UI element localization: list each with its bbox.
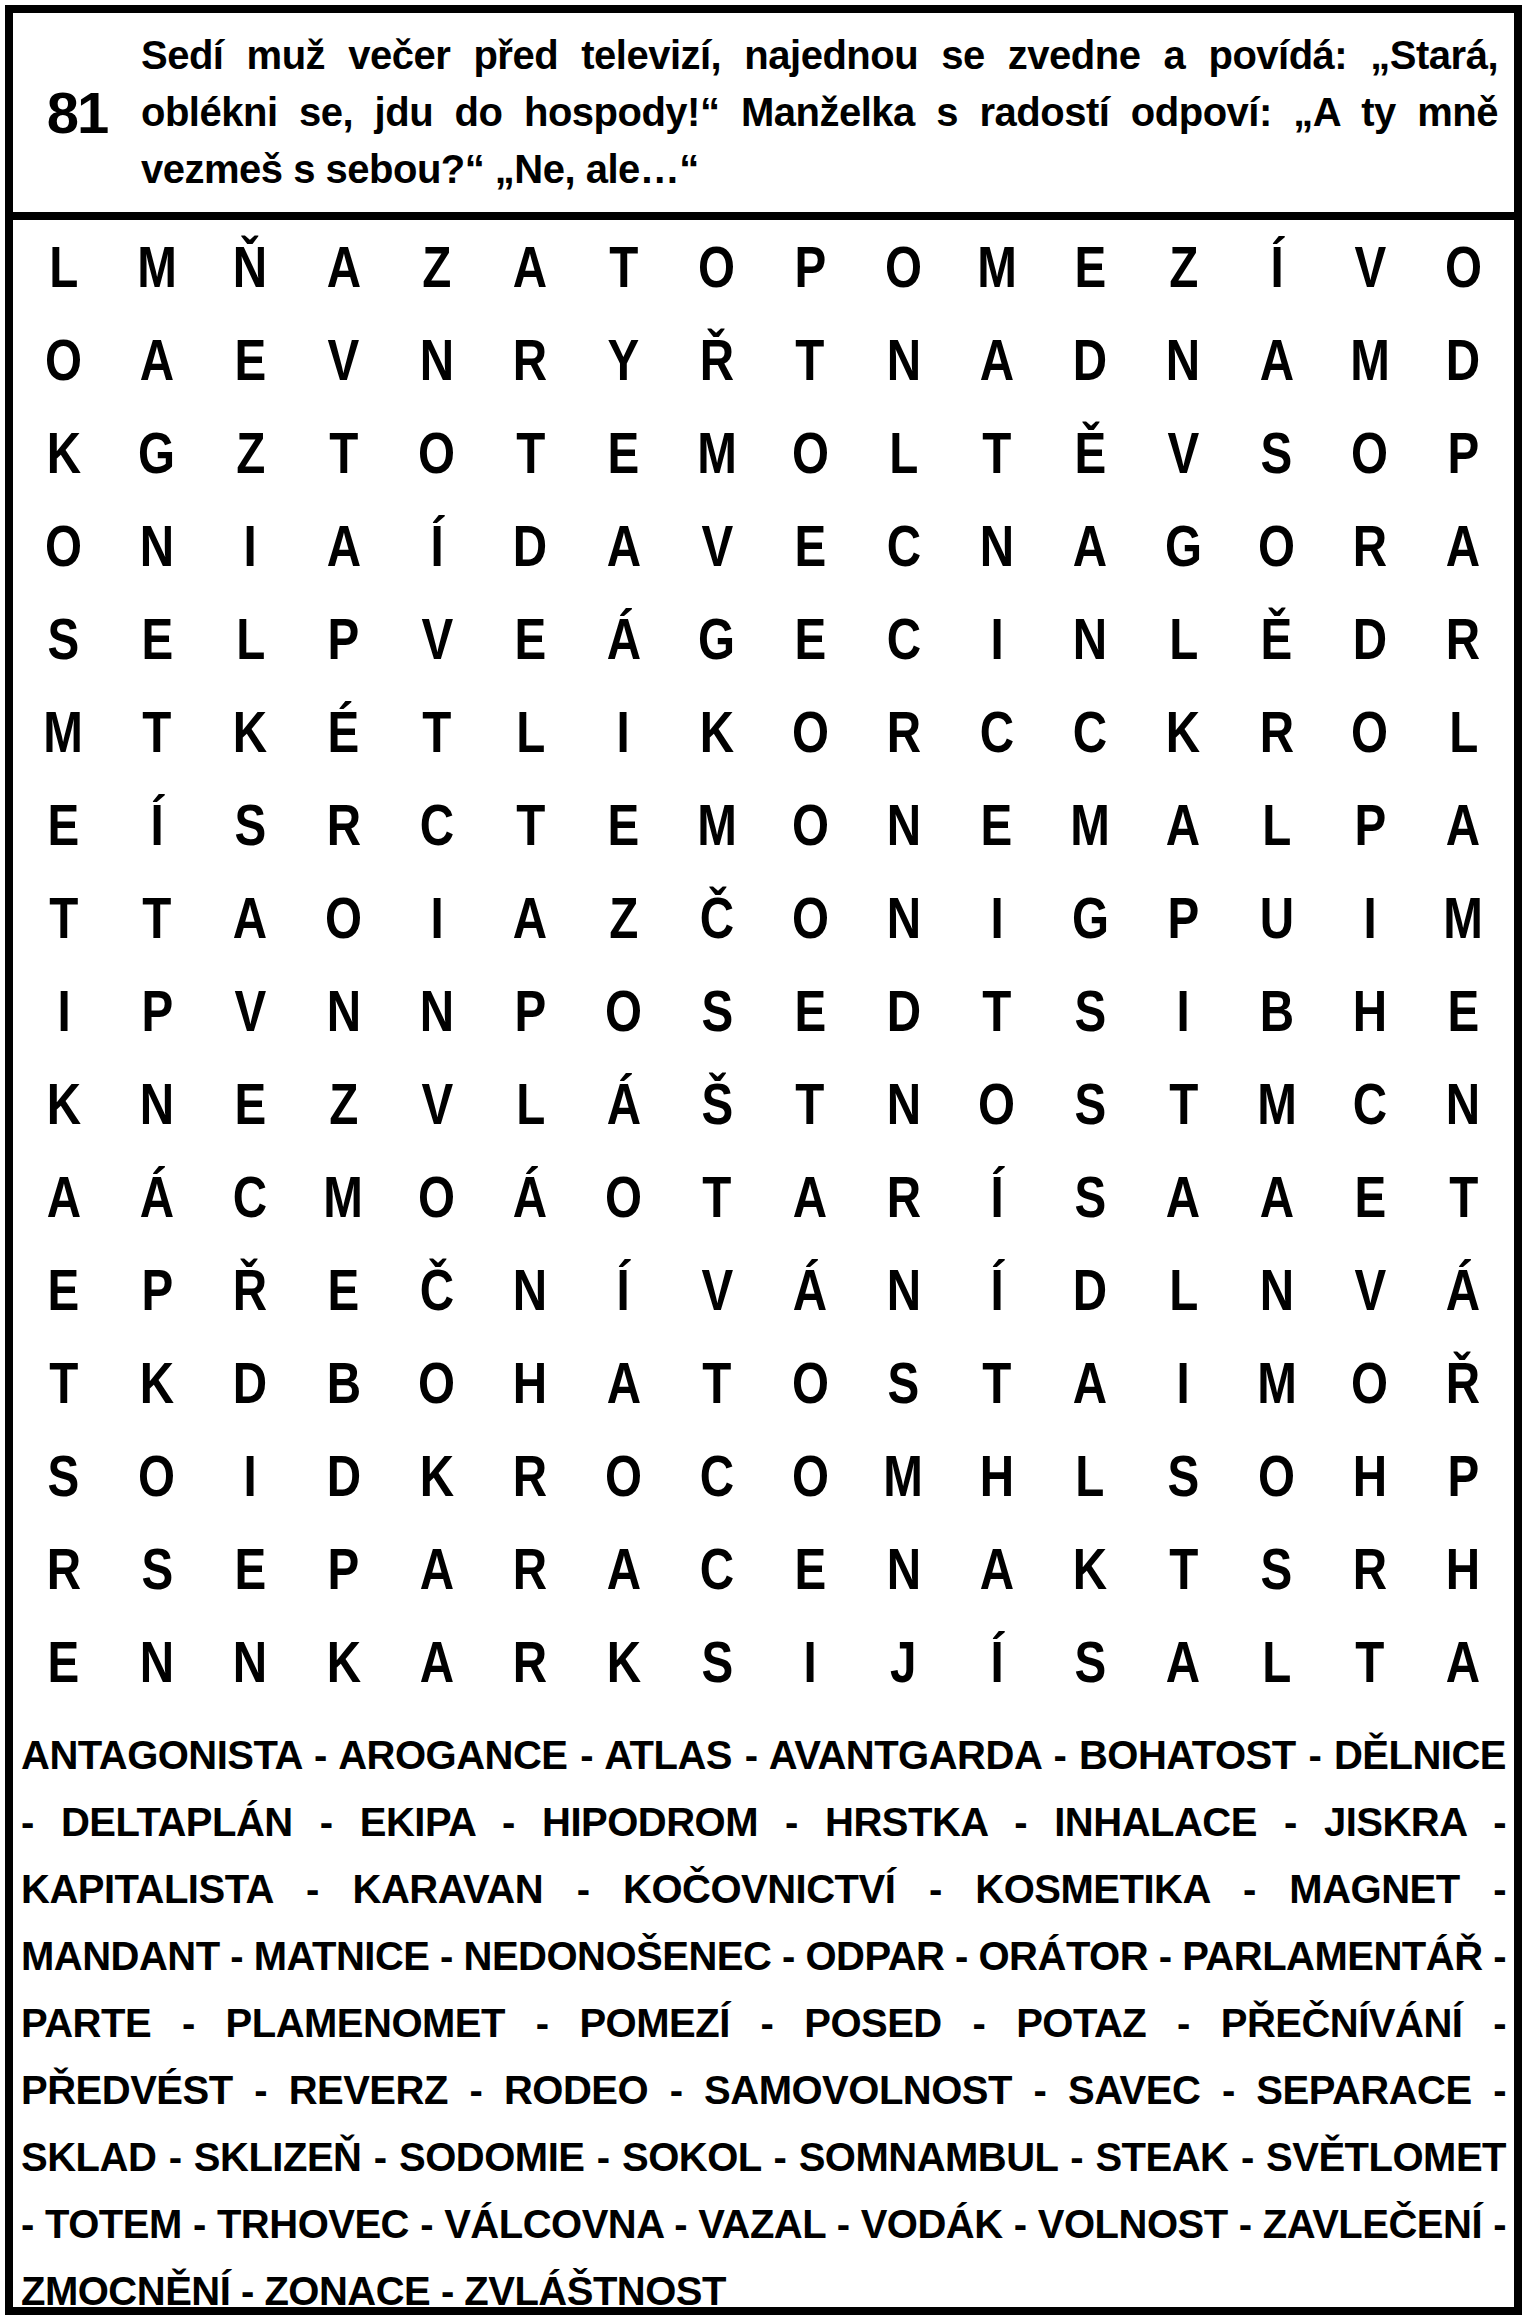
grid-cell[interactable]: N [297, 964, 390, 1057]
grid-cell[interactable]: C [1043, 685, 1136, 778]
grid-cell[interactable]: L [484, 685, 577, 778]
word-item[interactable]: EKIPA [360, 1800, 475, 1844]
grid-cell[interactable]: A [577, 1336, 670, 1429]
grid-cell[interactable]: V [297, 313, 390, 406]
grid-cell[interactable]: O [670, 220, 763, 313]
word-item[interactable]: MANDANT [21, 1934, 220, 1978]
word-item[interactable]: DĚLNICE [1334, 1733, 1506, 1777]
grid-cell[interactable]: E [577, 406, 670, 499]
grid-cell[interactable]: T [17, 871, 110, 964]
grid-cell[interactable]: T [577, 220, 670, 313]
grid-cell[interactable]: R [857, 1150, 950, 1243]
grid-cell[interactable]: I [1137, 1336, 1230, 1429]
grid-cell[interactable]: O [950, 1057, 1043, 1150]
grid-cell[interactable]: P [1137, 871, 1230, 964]
word-item[interactable]: DELTAPLÁN [61, 1800, 293, 1844]
word-item[interactable]: POTAZ [1016, 2001, 1146, 2045]
grid-cell[interactable]: H [1323, 964, 1416, 1057]
grid-cell[interactable]: O [390, 1336, 483, 1429]
grid-cell[interactable]: I [390, 871, 483, 964]
grid-cell[interactable]: S [204, 778, 297, 871]
grid-cell[interactable]: T [1323, 1615, 1416, 1708]
grid-cell[interactable]: Í [950, 1615, 1043, 1708]
grid-cell[interactable]: Z [204, 406, 297, 499]
grid-cell[interactable]: U [1230, 871, 1323, 964]
grid-cell[interactable]: P [764, 220, 857, 313]
grid-cell[interactable]: A [577, 499, 670, 592]
grid-cell[interactable]: Y [577, 313, 670, 406]
grid-cell[interactable]: H [950, 1429, 1043, 1522]
grid-cell[interactable]: N [857, 778, 950, 871]
grid-cell[interactable]: I [577, 685, 670, 778]
grid-cell[interactable]: T [764, 313, 857, 406]
grid-cell[interactable]: P [1417, 1429, 1510, 1522]
grid-cell[interactable]: M [670, 406, 763, 499]
word-item[interactable]: VOLNOST [1038, 2202, 1228, 2246]
grid-cell[interactable]: A [390, 1615, 483, 1708]
grid-cell[interactable]: E [204, 1057, 297, 1150]
grid-cell[interactable]: N [857, 1522, 950, 1615]
grid-cell[interactable]: K [297, 1615, 390, 1708]
grid-cell[interactable]: S [670, 1615, 763, 1708]
grid-cell[interactable]: V [390, 592, 483, 685]
grid-cell[interactable]: M [110, 220, 203, 313]
grid-cell[interactable]: T [950, 1336, 1043, 1429]
grid-cell[interactable]: Ř [204, 1243, 297, 1336]
word-item[interactable]: KOSMETIKA [975, 1867, 1209, 1911]
grid-cell[interactable]: E [204, 313, 297, 406]
grid-cell[interactable]: O [390, 1150, 483, 1243]
grid-cell[interactable]: V [670, 499, 763, 592]
grid-cell[interactable]: P [297, 592, 390, 685]
grid-cell[interactable]: Ě [1043, 406, 1136, 499]
grid-cell[interactable]: H [1417, 1522, 1510, 1615]
grid-cell[interactable]: N [484, 1243, 577, 1336]
grid-cell[interactable]: M [1323, 313, 1416, 406]
grid-cell[interactable]: E [297, 1243, 390, 1336]
word-item[interactable]: POMEZÍ [579, 2001, 729, 2045]
grid-cell[interactable]: C [950, 685, 1043, 778]
word-item[interactable]: SVĚTLOMET [1266, 2135, 1506, 2179]
grid-cell[interactable]: E [764, 592, 857, 685]
grid-cell[interactable]: I [204, 499, 297, 592]
grid-cell[interactable]: R [484, 1522, 577, 1615]
grid-cell[interactable]: P [110, 1243, 203, 1336]
grid-cell[interactable]: H [484, 1336, 577, 1429]
grid-cell[interactable]: A [1230, 1150, 1323, 1243]
grid-cell[interactable]: L [857, 406, 950, 499]
grid-cell[interactable]: E [17, 778, 110, 871]
grid-cell[interactable]: O [764, 1429, 857, 1522]
grid-cell[interactable]: S [1043, 1150, 1136, 1243]
word-item[interactable]: ZAVLEČENÍ [1263, 2202, 1482, 2246]
grid-cell[interactable]: O [297, 871, 390, 964]
grid-cell[interactable]: R [1417, 592, 1510, 685]
grid-cell[interactable]: M [1043, 778, 1136, 871]
grid-cell[interactable]: A [950, 1522, 1043, 1615]
grid-cell[interactable]: I [1137, 964, 1230, 1057]
word-item[interactable]: BOHATOST [1079, 1733, 1296, 1777]
word-item[interactable]: TOTEM [45, 2202, 182, 2246]
word-item[interactable]: NEDONOŠENEC [464, 1934, 772, 1978]
grid-cell[interactable]: A [950, 313, 1043, 406]
word-item[interactable]: HRSTKA [825, 1800, 987, 1844]
grid-cell[interactable]: P [1417, 406, 1510, 499]
grid-cell[interactable]: R [484, 1429, 577, 1522]
word-item[interactable]: ZVLÁŠTNOST [464, 2269, 726, 2313]
grid-cell[interactable]: L [1230, 1615, 1323, 1708]
grid-cell[interactable]: R [1323, 1522, 1416, 1615]
grid-cell[interactable]: N [1230, 1243, 1323, 1336]
grid-cell[interactable]: E [1323, 1150, 1416, 1243]
grid-cell[interactable]: L [1230, 778, 1323, 871]
grid-cell[interactable]: T [764, 1057, 857, 1150]
word-item[interactable]: JISKRA [1324, 1800, 1466, 1844]
grid-cell[interactable]: V [204, 964, 297, 1057]
grid-cell[interactable]: A [484, 220, 577, 313]
grid-cell[interactable]: O [110, 1429, 203, 1522]
grid-cell[interactable]: E [950, 778, 1043, 871]
grid-cell[interactable]: J [857, 1615, 950, 1708]
grid-cell[interactable]: L [17, 220, 110, 313]
word-item[interactable]: STEAK [1095, 2135, 1228, 2179]
grid-cell[interactable]: T [110, 871, 203, 964]
grid-cell[interactable]: Ř [670, 313, 763, 406]
grid-cell[interactable]: A [1417, 499, 1510, 592]
grid-cell[interactable]: E [110, 592, 203, 685]
grid-cell[interactable]: O [764, 406, 857, 499]
grid-cell[interactable]: A [1417, 778, 1510, 871]
grid-cell[interactable]: M [670, 778, 763, 871]
grid-cell[interactable]: D [1323, 592, 1416, 685]
grid-cell[interactable]: O [577, 1150, 670, 1243]
word-item[interactable]: TRHOVEC [217, 2202, 409, 2246]
grid-cell[interactable]: Á [764, 1243, 857, 1336]
grid-cell[interactable]: A [1043, 1336, 1136, 1429]
grid-cell[interactable]: E [764, 964, 857, 1057]
grid-cell[interactable]: S [1043, 1615, 1136, 1708]
grid-cell[interactable]: Z [577, 871, 670, 964]
grid-cell[interactable]: V [1323, 1243, 1416, 1336]
grid-cell[interactable]: K [390, 1429, 483, 1522]
grid-cell[interactable]: Č [390, 1243, 483, 1336]
grid-cell[interactable]: M [1417, 871, 1510, 964]
grid-cell[interactable]: E [17, 1243, 110, 1336]
grid-cell[interactable]: L [1137, 592, 1230, 685]
grid-cell[interactable]: D [1417, 313, 1510, 406]
grid-cell[interactable]: T [110, 685, 203, 778]
grid-cell[interactable]: T [390, 685, 483, 778]
grid-cell[interactable]: C [857, 592, 950, 685]
grid-cell[interactable]: D [1043, 313, 1136, 406]
grid-cell[interactable]: A [1137, 1150, 1230, 1243]
grid-cell[interactable]: O [1323, 1336, 1416, 1429]
grid-cell[interactable]: R [17, 1522, 110, 1615]
grid-cell[interactable]: O [1230, 1429, 1323, 1522]
grid-cell[interactable]: D [1043, 1243, 1136, 1336]
word-item[interactable]: SOKOL [622, 2135, 761, 2179]
word-item[interactable]: MATNICE [254, 1934, 430, 1978]
grid-cell[interactable]: N [110, 1057, 203, 1150]
grid-cell[interactable]: O [857, 220, 950, 313]
grid-cell[interactable]: E [1043, 220, 1136, 313]
grid-cell[interactable]: V [670, 1243, 763, 1336]
grid-cell[interactable]: C [857, 499, 950, 592]
grid-cell[interactable]: C [1323, 1057, 1416, 1150]
word-item[interactable]: HIPODROM [542, 1800, 758, 1844]
grid-cell[interactable]: Í [950, 1243, 1043, 1336]
word-item[interactable]: SKLIZEŇ [194, 2135, 362, 2179]
grid-cell[interactable]: A [110, 313, 203, 406]
grid-cell[interactable]: Í [950, 1150, 1043, 1243]
word-item[interactable]: SEPARACE [1256, 2068, 1471, 2112]
grid-cell[interactable]: K [17, 1057, 110, 1150]
grid-cell[interactable]: A [1417, 1615, 1510, 1708]
grid-cell[interactable]: O [17, 313, 110, 406]
grid-cell[interactable]: D [857, 964, 950, 1057]
word-item[interactable]: VÁLCOVNA [444, 2202, 663, 2246]
grid-cell[interactable]: P [1323, 778, 1416, 871]
grid-cell[interactable]: O [764, 1336, 857, 1429]
grid-cell[interactable]: K [17, 406, 110, 499]
word-item[interactable]: ORÁTOR [979, 1934, 1149, 1978]
word-item[interactable]: KARAVAN [353, 1867, 544, 1911]
grid-cell[interactable]: T [1137, 1057, 1230, 1150]
grid-cell[interactable]: Š [670, 1057, 763, 1150]
grid-cell[interactable]: O [764, 685, 857, 778]
grid-cell[interactable]: T [484, 778, 577, 871]
grid-cell[interactable]: Á [110, 1150, 203, 1243]
grid-cell[interactable]: S [110, 1522, 203, 1615]
grid-cell[interactable]: B [297, 1336, 390, 1429]
grid-cell[interactable]: V [1137, 406, 1230, 499]
grid-cell[interactable]: T [1417, 1150, 1510, 1243]
grid-cell[interactable]: S [17, 592, 110, 685]
grid-cell[interactable]: N [857, 1243, 950, 1336]
grid-cell[interactable]: N [390, 964, 483, 1057]
grid-cell[interactable]: Ň [204, 220, 297, 313]
grid-cell[interactable]: Z [297, 1057, 390, 1150]
grid-cell[interactable]: G [1043, 871, 1136, 964]
grid-cell[interactable]: T [950, 964, 1043, 1057]
word-item[interactable]: REVERZ [289, 2068, 448, 2112]
grid-cell[interactable]: K [670, 685, 763, 778]
grid-cell[interactable]: O [1323, 685, 1416, 778]
grid-cell[interactable]: A [1230, 313, 1323, 406]
word-item[interactable]: ODPAR [805, 1934, 944, 1978]
grid-cell[interactable]: G [1137, 499, 1230, 592]
grid-cell[interactable]: I [1323, 871, 1416, 964]
grid-cell[interactable]: N [110, 1615, 203, 1708]
grid-cell[interactable]: L [1417, 685, 1510, 778]
grid-cell[interactable]: A [17, 1150, 110, 1243]
grid-cell[interactable]: N [1043, 592, 1136, 685]
grid-cell[interactable]: S [1043, 964, 1136, 1057]
grid-cell[interactable]: A [1137, 778, 1230, 871]
word-item[interactable]: VODÁK [861, 2202, 1003, 2246]
grid-cell[interactable]: Z [390, 220, 483, 313]
word-item[interactable]: MAGNET [1289, 1867, 1459, 1911]
grid-cell[interactable]: T [670, 1150, 763, 1243]
word-item[interactable]: POSED [804, 2001, 942, 2045]
grid-cell[interactable]: T [17, 1336, 110, 1429]
grid-cell[interactable]: O [577, 1429, 670, 1522]
word-item[interactable]: PARTE [21, 2001, 151, 2045]
grid-cell[interactable]: E [764, 499, 857, 592]
grid-cell[interactable]: R [484, 1615, 577, 1708]
grid-cell[interactable]: A [297, 499, 390, 592]
word-item[interactable]: ZONACE [264, 2269, 430, 2313]
grid-cell[interactable]: P [484, 964, 577, 1057]
grid-cell[interactable]: P [297, 1522, 390, 1615]
grid-cell[interactable]: N [857, 313, 950, 406]
grid-cell[interactable]: L [204, 592, 297, 685]
grid-cell[interactable]: A [1137, 1615, 1230, 1708]
grid-cell[interactable]: Í [1230, 220, 1323, 313]
grid-cell[interactable]: D [204, 1336, 297, 1429]
grid-cell[interactable]: K [577, 1615, 670, 1708]
grid-cell[interactable]: S [670, 964, 763, 1057]
grid-cell[interactable]: O [1323, 406, 1416, 499]
word-item[interactable]: SAMOVOLNOST [704, 2068, 1012, 2112]
grid-cell[interactable]: V [1323, 220, 1416, 313]
grid-cell[interactable]: I [950, 871, 1043, 964]
word-item[interactable]: KAPITALISTA [21, 1867, 273, 1911]
grid-cell[interactable]: Á [1417, 1243, 1510, 1336]
grid-cell[interactable]: M [1230, 1336, 1323, 1429]
grid-cell[interactable]: I [204, 1429, 297, 1522]
word-item[interactable]: ZMOCNĚNÍ [21, 2269, 230, 2313]
word-item[interactable]: PLAMENOMET [226, 2001, 505, 2045]
word-item[interactable]: KOČOVNICTVÍ [623, 1867, 895, 1911]
grid-cell[interactable]: I [764, 1615, 857, 1708]
word-item[interactable]: PŘEČNÍVÁNÍ [1221, 2001, 1463, 2045]
grid-cell[interactable]: H [1323, 1429, 1416, 1522]
grid-cell[interactable]: Ř [1417, 1336, 1510, 1429]
grid-cell[interactable]: K [1043, 1522, 1136, 1615]
grid-cell[interactable]: Z [1137, 220, 1230, 313]
grid-cell[interactable]: M [950, 220, 1043, 313]
grid-cell[interactable]: N [1417, 1057, 1510, 1150]
grid-cell[interactable]: S [1230, 1522, 1323, 1615]
grid-cell[interactable]: B [1230, 964, 1323, 1057]
word-item[interactable]: ATLAS [604, 1733, 732, 1777]
grid-cell[interactable]: Č [670, 871, 763, 964]
grid-cell[interactable]: K [110, 1336, 203, 1429]
grid-cell[interactable]: R [484, 313, 577, 406]
grid-cell[interactable]: D [484, 499, 577, 592]
grid-cell[interactable]: N [857, 871, 950, 964]
grid-cell[interactable]: S [1137, 1429, 1230, 1522]
grid-cell[interactable]: E [764, 1522, 857, 1615]
grid-cell[interactable]: C [204, 1150, 297, 1243]
grid-cell[interactable]: T [484, 406, 577, 499]
grid-cell[interactable]: E [1417, 964, 1510, 1057]
grid-cell[interactable]: M [17, 685, 110, 778]
word-item[interactable]: AROGANCE [338, 1733, 567, 1777]
grid-cell[interactable]: A [484, 871, 577, 964]
grid-cell[interactable]: N [857, 1057, 950, 1150]
word-item[interactable]: PARLAMENTÁŘ [1182, 1934, 1482, 1978]
grid-cell[interactable]: C [390, 778, 483, 871]
grid-cell[interactable]: R [857, 685, 950, 778]
grid-cell[interactable]: G [110, 406, 203, 499]
grid-cell[interactable]: M [857, 1429, 950, 1522]
grid-cell[interactable]: A [764, 1150, 857, 1243]
grid-cell[interactable]: T [1137, 1522, 1230, 1615]
grid-cell[interactable]: Á [577, 592, 670, 685]
grid-cell[interactable]: Í [110, 778, 203, 871]
grid-cell[interactable]: K [1137, 685, 1230, 778]
grid-cell[interactable]: Í [390, 499, 483, 592]
grid-cell[interactable]: I [17, 964, 110, 1057]
grid-cell[interactable]: É [297, 685, 390, 778]
grid-cell[interactable]: D [297, 1429, 390, 1522]
grid-cell[interactable]: N [110, 499, 203, 592]
word-item[interactable]: SODOMIE [399, 2135, 584, 2179]
word-item[interactable]: SKLAD [21, 2135, 156, 2179]
grid-cell[interactable]: E [484, 592, 577, 685]
word-item[interactable]: INHALACE [1054, 1800, 1257, 1844]
grid-cell[interactable]: V [390, 1057, 483, 1150]
grid-cell[interactable]: N [204, 1615, 297, 1708]
grid-cell[interactable]: E [204, 1522, 297, 1615]
word-item[interactable]: RODEO [504, 2068, 648, 2112]
grid-cell[interactable]: L [1137, 1243, 1230, 1336]
grid-cell[interactable]: T [297, 406, 390, 499]
grid-cell[interactable]: O [577, 964, 670, 1057]
grid-cell[interactable]: O [764, 871, 857, 964]
grid-cell[interactable]: O [17, 499, 110, 592]
grid-cell[interactable]: R [1230, 685, 1323, 778]
grid-cell[interactable]: O [390, 406, 483, 499]
grid-cell[interactable]: A [577, 1522, 670, 1615]
grid-cell[interactable]: K [204, 685, 297, 778]
grid-cell[interactable]: R [1323, 499, 1416, 592]
grid-cell[interactable]: L [484, 1057, 577, 1150]
grid-cell[interactable]: A [1043, 499, 1136, 592]
word-item[interactable]: SOMNAMBUL [799, 2135, 1058, 2179]
grid-cell[interactable]: N [1137, 313, 1230, 406]
word-item[interactable]: VAZAL [698, 2202, 825, 2246]
grid-cell[interactable]: G [670, 592, 763, 685]
grid-cell[interactable]: O [764, 778, 857, 871]
word-item[interactable]: PŘEDVÉST [21, 2068, 233, 2112]
grid-cell[interactable]: C [670, 1429, 763, 1522]
grid-cell[interactable]: A [390, 1522, 483, 1615]
grid-cell[interactable]: S [857, 1336, 950, 1429]
grid-cell[interactable]: O [1417, 220, 1510, 313]
grid-cell[interactable]: M [1230, 1057, 1323, 1150]
grid-cell[interactable]: A [297, 220, 390, 313]
word-item[interactable]: AVANTGARDA [769, 1733, 1041, 1777]
grid-cell[interactable]: Í [577, 1243, 670, 1336]
grid-cell[interactable]: Á [577, 1057, 670, 1150]
word-item[interactable]: SAVEC [1068, 2068, 1200, 2112]
grid-cell[interactable]: I [950, 592, 1043, 685]
word-item[interactable]: ANTAGONISTA [21, 1733, 301, 1777]
grid-cell[interactable]: N [950, 499, 1043, 592]
grid-cell[interactable]: Ě [1230, 592, 1323, 685]
grid-cell[interactable]: Á [484, 1150, 577, 1243]
grid-cell[interactable]: P [110, 964, 203, 1057]
grid-cell[interactable]: C [670, 1522, 763, 1615]
grid-cell[interactable]: S [17, 1429, 110, 1522]
grid-cell[interactable]: N [390, 313, 483, 406]
grid-cell[interactable]: R [297, 778, 390, 871]
grid-cell[interactable]: E [17, 1615, 110, 1708]
grid-cell[interactable]: E [577, 778, 670, 871]
